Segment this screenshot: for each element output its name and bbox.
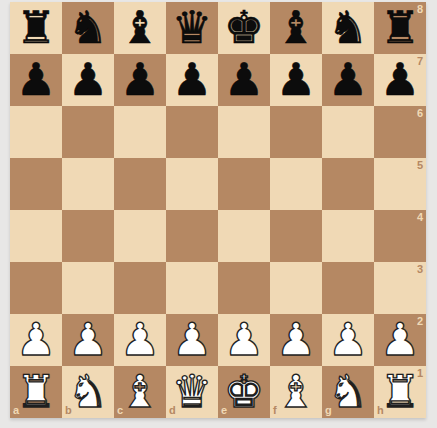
piece-white-pawn[interactable]: ♟ — [380, 314, 420, 366]
square-d8[interactable]: ♛ — [166, 2, 218, 54]
piece-white-bishop[interactable]: ♝ — [276, 366, 316, 418]
piece-black-rook[interactable]: ♜ — [380, 2, 420, 54]
square-c6[interactable] — [114, 106, 166, 158]
piece-white-rook[interactable]: ♜ — [16, 366, 56, 418]
square-e8[interactable]: ♚ — [218, 2, 270, 54]
square-c2[interactable]: ♟ — [114, 314, 166, 366]
square-a3[interactable] — [10, 262, 62, 314]
square-d4[interactable] — [166, 210, 218, 262]
piece-black-pawn[interactable]: ♟ — [16, 54, 56, 106]
square-a5[interactable] — [10, 158, 62, 210]
square-c3[interactable] — [114, 262, 166, 314]
square-b4[interactable] — [62, 210, 114, 262]
square-d3[interactable] — [166, 262, 218, 314]
square-d6[interactable] — [166, 106, 218, 158]
piece-white-pawn[interactable]: ♟ — [68, 314, 108, 366]
square-e3[interactable] — [218, 262, 270, 314]
square-c1[interactable]: c♝ — [114, 366, 166, 418]
square-h1[interactable]: 1h♜ — [374, 366, 426, 418]
square-b7[interactable]: ♟ — [62, 54, 114, 106]
piece-white-bishop[interactable]: ♝ — [120, 366, 160, 418]
piece-black-rook[interactable]: ♜ — [16, 2, 56, 54]
square-f1[interactable]: f♝ — [270, 366, 322, 418]
square-f4[interactable] — [270, 210, 322, 262]
piece-black-pawn[interactable]: ♟ — [68, 54, 108, 106]
piece-black-pawn[interactable]: ♟ — [172, 54, 212, 106]
rank-label-6: 6 — [417, 108, 423, 119]
square-h8[interactable]: 8♜ — [374, 2, 426, 54]
square-a8[interactable]: ♜ — [10, 2, 62, 54]
piece-white-pawn[interactable]: ♟ — [120, 314, 160, 366]
square-c5[interactable] — [114, 158, 166, 210]
piece-black-bishop[interactable]: ♝ — [276, 2, 316, 54]
square-g3[interactable] — [322, 262, 374, 314]
square-b2[interactable]: ♟ — [62, 314, 114, 366]
square-b1[interactable]: b♞ — [62, 366, 114, 418]
piece-white-pawn[interactable]: ♟ — [172, 314, 212, 366]
square-e6[interactable] — [218, 106, 270, 158]
square-a6[interactable] — [10, 106, 62, 158]
square-c8[interactable]: ♝ — [114, 2, 166, 54]
piece-black-knight[interactable]: ♞ — [328, 2, 368, 54]
square-a7[interactable]: ♟ — [10, 54, 62, 106]
square-b5[interactable] — [62, 158, 114, 210]
piece-white-pawn[interactable]: ♟ — [224, 314, 264, 366]
square-h6[interactable]: 6 — [374, 106, 426, 158]
square-d7[interactable]: ♟ — [166, 54, 218, 106]
square-g5[interactable] — [322, 158, 374, 210]
square-d5[interactable] — [166, 158, 218, 210]
piece-black-king[interactable]: ♚ — [224, 2, 264, 54]
rank-label-4: 4 — [417, 212, 423, 223]
square-f8[interactable]: ♝ — [270, 2, 322, 54]
rank-label-5: 5 — [417, 160, 423, 171]
square-g4[interactable] — [322, 210, 374, 262]
piece-black-pawn[interactable]: ♟ — [224, 54, 264, 106]
square-g7[interactable]: ♟ — [322, 54, 374, 106]
piece-black-pawn[interactable]: ♟ — [276, 54, 316, 106]
square-f3[interactable] — [270, 262, 322, 314]
piece-white-king[interactable]: ♚ — [224, 366, 264, 418]
square-a2[interactable]: ♟ — [10, 314, 62, 366]
square-h5[interactable]: 5 — [374, 158, 426, 210]
square-b3[interactable] — [62, 262, 114, 314]
square-e4[interactable] — [218, 210, 270, 262]
square-g2[interactable]: ♟ — [322, 314, 374, 366]
square-f7[interactable]: ♟ — [270, 54, 322, 106]
piece-white-pawn[interactable]: ♟ — [328, 314, 368, 366]
page-background: ♜♞♝♛♚♝♞8♜♟♟♟♟♟♟♟7♟6543♟♟♟♟♟♟♟2♟a♜b♞c♝d♛e… — [0, 0, 437, 428]
square-a1[interactable]: a♜ — [10, 366, 62, 418]
square-a4[interactable] — [10, 210, 62, 262]
square-h2[interactable]: 2♟ — [374, 314, 426, 366]
square-b8[interactable]: ♞ — [62, 2, 114, 54]
square-g1[interactable]: g♞ — [322, 366, 374, 418]
square-d2[interactable]: ♟ — [166, 314, 218, 366]
square-e7[interactable]: ♟ — [218, 54, 270, 106]
square-h7[interactable]: 7♟ — [374, 54, 426, 106]
square-h3[interactable]: 3 — [374, 262, 426, 314]
square-b6[interactable] — [62, 106, 114, 158]
piece-white-rook[interactable]: ♜ — [380, 366, 420, 418]
square-f2[interactable]: ♟ — [270, 314, 322, 366]
square-h4[interactable]: 4 — [374, 210, 426, 262]
square-e1[interactable]: e♚ — [218, 366, 270, 418]
piece-black-bishop[interactable]: ♝ — [120, 2, 160, 54]
piece-white-queen[interactable]: ♛ — [172, 366, 212, 418]
square-g8[interactable]: ♞ — [322, 2, 374, 54]
rank-label-3: 3 — [417, 264, 423, 275]
piece-black-pawn[interactable]: ♟ — [328, 54, 368, 106]
piece-black-pawn[interactable]: ♟ — [380, 54, 420, 106]
chess-board: ♜♞♝♛♚♝♞8♜♟♟♟♟♟♟♟7♟6543♟♟♟♟♟♟♟2♟a♜b♞c♝d♛e… — [10, 2, 426, 418]
piece-black-queen[interactable]: ♛ — [172, 2, 212, 54]
square-d1[interactable]: d♛ — [166, 366, 218, 418]
piece-white-pawn[interactable]: ♟ — [276, 314, 316, 366]
square-c4[interactable] — [114, 210, 166, 262]
square-f5[interactable] — [270, 158, 322, 210]
piece-black-knight[interactable]: ♞ — [68, 2, 108, 54]
square-g6[interactable] — [322, 106, 374, 158]
piece-white-knight[interactable]: ♞ — [328, 366, 368, 418]
square-e5[interactable] — [218, 158, 270, 210]
piece-white-pawn[interactable]: ♟ — [16, 314, 56, 366]
square-c7[interactable]: ♟ — [114, 54, 166, 106]
square-e2[interactable]: ♟ — [218, 314, 270, 366]
piece-white-knight[interactable]: ♞ — [68, 366, 108, 418]
square-f6[interactable] — [270, 106, 322, 158]
piece-black-pawn[interactable]: ♟ — [120, 54, 160, 106]
